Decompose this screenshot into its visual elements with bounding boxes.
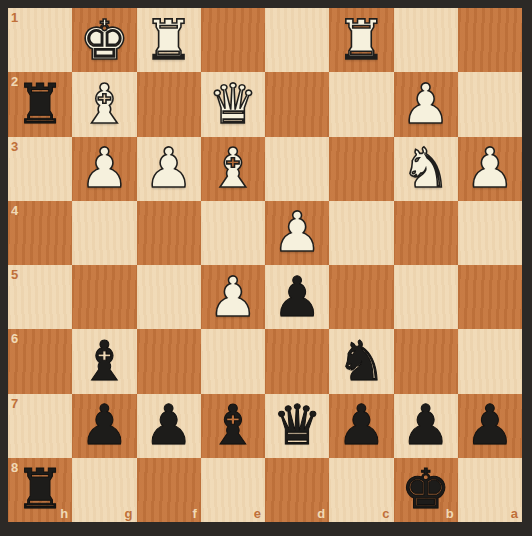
square-a1[interactable] (458, 8, 522, 72)
square-g3[interactable]: ♟ (72, 137, 136, 201)
piece-black-pawn-d5[interactable]: ♟ (265, 265, 329, 329)
rank-label-4: 4 (11, 203, 18, 218)
square-c8[interactable]: c (329, 458, 393, 522)
square-d6[interactable] (265, 329, 329, 393)
square-a6[interactable] (458, 329, 522, 393)
square-h3[interactable]: 3 (8, 137, 72, 201)
square-a7[interactable]: ♟ (458, 394, 522, 458)
square-b7[interactable]: ♟ (394, 394, 458, 458)
square-e2[interactable]: ♛ (201, 72, 265, 136)
square-g4[interactable] (72, 201, 136, 265)
chess-board: 1♚♜♜2♜♝♛♟3♟♟♝♞♟4♟5♟♟6♝♞7♟♟♝♛♟♟♟8h♜gfedcb… (8, 8, 522, 522)
square-h5[interactable]: 5 (8, 265, 72, 329)
piece-black-rook-h8[interactable]: ♜ (8, 458, 72, 522)
piece-white-pawn-f3[interactable]: ♟ (137, 137, 201, 201)
square-f3[interactable]: ♟ (137, 137, 201, 201)
square-b1[interactable] (394, 8, 458, 72)
piece-black-queen-d7[interactable]: ♛ (265, 394, 329, 458)
square-g7[interactable]: ♟ (72, 394, 136, 458)
square-e5[interactable]: ♟ (201, 265, 265, 329)
square-g8[interactable]: g (72, 458, 136, 522)
square-c3[interactable] (329, 137, 393, 201)
piece-black-bishop-e7[interactable]: ♝ (201, 394, 265, 458)
square-c1[interactable]: ♜ (329, 8, 393, 72)
square-e6[interactable] (201, 329, 265, 393)
square-c4[interactable] (329, 201, 393, 265)
square-a2[interactable] (458, 72, 522, 136)
rank-label-5: 5 (11, 267, 18, 282)
rank-label-7: 7 (11, 396, 18, 411)
piece-white-pawn-e5[interactable]: ♟ (201, 265, 265, 329)
square-g5[interactable] (72, 265, 136, 329)
piece-black-bishop-g6[interactable]: ♝ (72, 329, 136, 393)
piece-white-pawn-a3[interactable]: ♟ (458, 137, 522, 201)
piece-black-rook-h2[interactable]: ♜ (8, 72, 72, 136)
piece-black-pawn-g7[interactable]: ♟ (72, 394, 136, 458)
square-e8[interactable]: e (201, 458, 265, 522)
square-d3[interactable] (265, 137, 329, 201)
square-f4[interactable] (137, 201, 201, 265)
piece-white-king-g1[interactable]: ♚ (72, 8, 136, 72)
square-a3[interactable]: ♟ (458, 137, 522, 201)
square-d4[interactable]: ♟ (265, 201, 329, 265)
square-e4[interactable] (201, 201, 265, 265)
piece-black-pawn-a7[interactable]: ♟ (458, 394, 522, 458)
piece-black-king-b8[interactable]: ♚ (394, 458, 458, 522)
rank-label-3: 3 (11, 139, 18, 154)
piece-black-pawn-c7[interactable]: ♟ (329, 394, 393, 458)
square-b2[interactable]: ♟ (394, 72, 458, 136)
piece-white-pawn-b2[interactable]: ♟ (394, 72, 458, 136)
square-h4[interactable]: 4 (8, 201, 72, 265)
file-label-e: e (254, 506, 261, 521)
square-d5[interactable]: ♟ (265, 265, 329, 329)
square-b4[interactable] (394, 201, 458, 265)
piece-black-knight-c6[interactable]: ♞ (329, 329, 393, 393)
piece-white-pawn-d4[interactable]: ♟ (265, 201, 329, 265)
square-f1[interactable]: ♜ (137, 8, 201, 72)
square-g1[interactable]: ♚ (72, 8, 136, 72)
square-g6[interactable]: ♝ (72, 329, 136, 393)
square-c5[interactable] (329, 265, 393, 329)
chess-app-window: 1♚♜♜2♜♝♛♟3♟♟♝♞♟4♟5♟♟6♝♞7♟♟♝♛♟♟♟8h♜gfedcb… (0, 0, 532, 536)
square-h7[interactable]: 7 (8, 394, 72, 458)
square-a5[interactable] (458, 265, 522, 329)
square-f6[interactable] (137, 329, 201, 393)
square-d8[interactable]: d (265, 458, 329, 522)
piece-white-rook-c1[interactable]: ♜ (329, 8, 393, 72)
square-g2[interactable]: ♝ (72, 72, 136, 136)
square-e3[interactable]: ♝ (201, 137, 265, 201)
file-label-g: g (125, 506, 133, 521)
square-f7[interactable]: ♟ (137, 394, 201, 458)
square-h2[interactable]: 2♜ (8, 72, 72, 136)
square-b6[interactable] (394, 329, 458, 393)
rank-label-1: 1 (11, 10, 18, 25)
square-d1[interactable] (265, 8, 329, 72)
file-label-d: d (317, 506, 325, 521)
square-b8[interactable]: b♚ (394, 458, 458, 522)
square-f2[interactable] (137, 72, 201, 136)
square-c2[interactable] (329, 72, 393, 136)
file-label-f: f (192, 506, 196, 521)
square-h6[interactable]: 6 (8, 329, 72, 393)
piece-black-pawn-b7[interactable]: ♟ (394, 394, 458, 458)
square-a4[interactable] (458, 201, 522, 265)
square-h8[interactable]: 8h♜ (8, 458, 72, 522)
square-e1[interactable] (201, 8, 265, 72)
square-f5[interactable] (137, 265, 201, 329)
square-c6[interactable]: ♞ (329, 329, 393, 393)
square-e7[interactable]: ♝ (201, 394, 265, 458)
piece-white-knight-b3[interactable]: ♞ (394, 137, 458, 201)
piece-white-bishop-g2[interactable]: ♝ (72, 72, 136, 136)
square-d2[interactable] (265, 72, 329, 136)
piece-white-bishop-e3[interactable]: ♝ (201, 137, 265, 201)
square-b5[interactable] (394, 265, 458, 329)
rank-label-6: 6 (11, 331, 18, 346)
piece-white-pawn-g3[interactable]: ♟ (72, 137, 136, 201)
square-h1[interactable]: 1 (8, 8, 72, 72)
piece-white-queen-e2[interactable]: ♛ (201, 72, 265, 136)
square-a8[interactable]: a (458, 458, 522, 522)
piece-black-pawn-f7[interactable]: ♟ (137, 394, 201, 458)
file-label-a: a (511, 506, 518, 521)
square-c7[interactable]: ♟ (329, 394, 393, 458)
square-f8[interactable]: f (137, 458, 201, 522)
file-label-c: c (382, 506, 389, 521)
square-d7[interactable]: ♛ (265, 394, 329, 458)
square-b3[interactable]: ♞ (394, 137, 458, 201)
piece-white-rook-f1[interactable]: ♜ (137, 8, 201, 72)
